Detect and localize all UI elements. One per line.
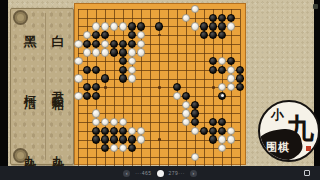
white-stone xyxy=(191,127,199,135)
white-stone xyxy=(110,144,118,152)
black-stone xyxy=(119,135,127,143)
right-move-counter: 279··· xyxy=(169,170,185,176)
black-stone xyxy=(119,48,127,56)
white-stone xyxy=(74,40,82,48)
white-label: 白 xyxy=(52,25,65,27)
white-stone xyxy=(119,118,127,126)
player-scroll: 黑 柯洁 九段 白 尹畯相 九段 xyxy=(10,8,74,165)
black-stone xyxy=(101,135,109,143)
black-stone xyxy=(209,14,217,22)
black-stone xyxy=(209,57,217,65)
black-stone xyxy=(209,66,217,74)
white-stone xyxy=(92,109,100,117)
star-point xyxy=(158,138,161,141)
prev-move-button[interactable]: ‹ xyxy=(123,170,130,177)
grid-line xyxy=(186,9,187,166)
black-stone xyxy=(173,83,181,91)
black-stone xyxy=(128,31,136,39)
white-stone xyxy=(83,31,91,39)
black-label: 黑 xyxy=(24,25,37,27)
black-stone xyxy=(209,135,217,143)
grid-line xyxy=(78,96,240,97)
white-stone xyxy=(83,48,91,56)
black-stone xyxy=(218,22,226,30)
white-stone xyxy=(92,48,100,56)
white-stone xyxy=(137,127,145,135)
black-stone xyxy=(128,40,136,48)
black-stone xyxy=(227,57,235,65)
logo-text-top: 小 xyxy=(271,106,284,124)
black-stone xyxy=(101,74,109,82)
black-stone xyxy=(119,57,127,65)
black-stone xyxy=(200,127,208,135)
white-stone xyxy=(137,135,145,143)
black-stone xyxy=(218,127,226,135)
go-board xyxy=(74,3,246,165)
white-stone xyxy=(137,31,145,39)
black-stone xyxy=(227,14,235,22)
black-stone xyxy=(209,118,217,126)
black-stone xyxy=(209,22,217,30)
white-stone xyxy=(101,40,109,48)
grid-line xyxy=(78,105,240,106)
white-stone xyxy=(101,22,109,30)
black-stone xyxy=(92,83,100,91)
black-stone xyxy=(200,31,208,39)
white-stone xyxy=(191,22,199,30)
logo-text-main: 九 xyxy=(286,110,314,148)
white-player-column: 白 尹畯相 九段 xyxy=(47,25,69,152)
scroll-column-divider xyxy=(45,13,46,160)
right-letterbox xyxy=(314,0,320,180)
white-stone xyxy=(182,109,190,117)
black-stone xyxy=(83,66,91,74)
next-move-button[interactable]: › xyxy=(190,170,197,177)
fullscreen-icon[interactable] xyxy=(304,170,310,176)
white-stone xyxy=(227,66,235,74)
white-stone xyxy=(173,92,181,100)
white-stone xyxy=(74,74,82,82)
black-stone xyxy=(191,118,199,126)
white-stone xyxy=(74,92,82,100)
logo-seal-icon xyxy=(306,146,311,151)
black-stone xyxy=(128,144,136,152)
white-stone xyxy=(128,57,136,65)
black-stone xyxy=(218,14,226,22)
black-stone xyxy=(92,40,100,48)
black-stone xyxy=(119,127,127,135)
black-stone xyxy=(92,135,100,143)
white-player-rank: 九段 xyxy=(52,146,64,152)
black-stone xyxy=(200,22,208,30)
black-stone xyxy=(218,66,226,74)
black-stone xyxy=(218,118,226,126)
black-stone xyxy=(128,135,136,143)
white-stone xyxy=(218,144,226,152)
white-stone xyxy=(74,57,82,65)
black-stone xyxy=(110,40,118,48)
white-stone xyxy=(110,22,118,30)
black-stone xyxy=(182,92,190,100)
black-stone xyxy=(83,92,91,100)
white-stone xyxy=(218,83,226,91)
white-stone xyxy=(137,40,145,48)
white-stone xyxy=(227,83,235,91)
white-stone xyxy=(101,118,109,126)
white-stone xyxy=(182,101,190,109)
black-stone xyxy=(218,31,226,39)
black-player-column: 黑 柯洁 九段 xyxy=(19,25,41,152)
scroll-roll-top-icon xyxy=(13,10,28,25)
black-stone xyxy=(128,22,136,30)
menu-icon[interactable] xyxy=(313,4,318,9)
grid-line xyxy=(78,113,240,114)
white-stone xyxy=(92,118,100,126)
black-stone xyxy=(110,48,118,56)
grid-line xyxy=(168,9,169,166)
white-stone xyxy=(227,135,235,143)
black-stone xyxy=(92,31,100,39)
white-stone xyxy=(119,22,127,30)
white-stone xyxy=(227,22,235,30)
black-stone xyxy=(236,83,244,91)
white-stone xyxy=(218,135,226,143)
white-stone xyxy=(128,74,136,82)
white-stone xyxy=(191,5,199,13)
black-stone xyxy=(191,101,199,109)
white-stone xyxy=(128,127,136,135)
star-point xyxy=(212,86,215,89)
black-stone xyxy=(236,66,244,74)
white-stone xyxy=(191,153,199,161)
black-stone xyxy=(83,40,91,48)
white-stone xyxy=(119,144,127,152)
black-stone xyxy=(119,40,127,48)
black-stone xyxy=(92,127,100,135)
black-stone xyxy=(155,22,163,30)
white-stone xyxy=(182,14,190,22)
black-stone xyxy=(92,92,100,100)
club-logo: 小 九 围棋 xyxy=(258,100,320,162)
black-stone xyxy=(209,127,217,135)
white-stone xyxy=(137,48,145,56)
black-stone xyxy=(119,74,127,82)
white-stone xyxy=(128,66,136,74)
white-stone xyxy=(101,48,109,56)
black-stone xyxy=(92,66,100,74)
left-move-counter: ···465 xyxy=(135,170,151,176)
video-frame: 黑 柯洁 九段 白 尹畯相 九段 小 九 围棋 ‹ ···465 279··· … xyxy=(0,0,320,180)
white-player-name: 尹畯相 xyxy=(52,82,64,91)
white-stone xyxy=(110,118,118,126)
white-stone xyxy=(128,48,136,56)
black-stone xyxy=(119,66,127,74)
white-stone xyxy=(227,74,235,82)
black-stone xyxy=(209,31,217,39)
black-stone xyxy=(110,127,118,135)
star-point xyxy=(104,86,107,89)
grid-line xyxy=(78,157,240,158)
black-stone xyxy=(101,31,109,39)
left-letterbox xyxy=(0,0,8,180)
black-stone xyxy=(236,74,244,82)
black-stone-last-move xyxy=(218,92,226,100)
white-stone xyxy=(182,118,190,126)
black-stone xyxy=(191,109,199,117)
black-stone xyxy=(101,144,109,152)
black-stone xyxy=(101,127,109,135)
grid-line xyxy=(195,9,196,166)
black-stone xyxy=(110,135,118,143)
move-toggle-knob[interactable] xyxy=(157,170,164,177)
white-stone xyxy=(218,57,226,65)
black-player-rank: 九段 xyxy=(24,146,36,152)
last-move-marker xyxy=(221,94,224,97)
black-stone xyxy=(137,22,145,30)
playbar: ‹ ···465 279··· › xyxy=(0,166,320,180)
white-stone xyxy=(227,127,235,135)
black-player-name: 柯洁 xyxy=(24,84,36,90)
star-point xyxy=(158,86,161,89)
white-stone xyxy=(92,22,100,30)
black-stone xyxy=(83,83,91,91)
logo-text-bottom: 围棋 xyxy=(266,140,290,155)
